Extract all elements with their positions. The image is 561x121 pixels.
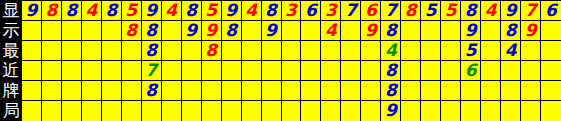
board-cell: 4: [481, 1, 501, 21]
board-cell: [501, 101, 521, 121]
board-cell: 9: [461, 21, 481, 41]
board-cell: [541, 81, 561, 101]
board-cell: [262, 41, 282, 61]
board-cell: [301, 101, 321, 121]
board-cell: 8: [222, 21, 242, 41]
label-char: 显: [0, 0, 22, 20]
board-cell: 8: [182, 1, 202, 21]
board-cell: [122, 81, 142, 101]
board-cell: [242, 81, 262, 101]
board-cell: 6: [541, 1, 561, 21]
board-cell: [301, 81, 321, 101]
board-cell: [182, 41, 202, 61]
board-cell: [401, 41, 421, 61]
board-cell: [361, 101, 381, 121]
board-cell: 8: [62, 1, 82, 21]
label-char: 最: [0, 40, 22, 60]
board-cell: [262, 81, 282, 101]
board-cell: [222, 41, 242, 61]
board-cell: [102, 21, 122, 41]
board-cell: [481, 101, 501, 121]
board-cell: [421, 61, 441, 81]
board-cell: [242, 41, 262, 61]
board-cell: [102, 101, 122, 121]
board-cell: [162, 61, 182, 81]
board-cell: [282, 81, 302, 101]
board-cell: [301, 21, 321, 41]
board-cell: 8: [122, 21, 142, 41]
board-cell: 9: [501, 1, 521, 21]
board-cell: [341, 21, 361, 41]
board-cell: 4: [381, 41, 401, 61]
board-cell: [42, 41, 62, 61]
board-cell: [421, 41, 441, 61]
board-cell: [481, 41, 501, 61]
board-cell: [82, 101, 102, 121]
board-cell: 4: [321, 21, 341, 41]
board-cell: [441, 41, 461, 61]
board-cell: 9: [182, 21, 202, 41]
board-cell: [62, 21, 82, 41]
board-cell: 5: [441, 1, 461, 21]
label-char: 示: [0, 20, 22, 40]
board-cell: [62, 81, 82, 101]
board-cell: [461, 101, 481, 121]
board-cell: [541, 21, 561, 41]
label-char: 牌: [0, 81, 22, 101]
board-cell: 8: [461, 1, 481, 21]
board-cell: [421, 81, 441, 101]
board-cell: [162, 21, 182, 41]
board-cell: 8: [381, 21, 401, 41]
board-cell: [122, 41, 142, 61]
board-cell: [461, 81, 481, 101]
board-cell: [62, 41, 82, 61]
board-cell: [401, 101, 421, 121]
board-cell: [42, 101, 62, 121]
board-cell: [301, 61, 321, 81]
board-cell: [481, 61, 501, 81]
board-cell: 9: [202, 21, 222, 41]
baccarat-scoreboard: 显 示 最 近 牌 局 9884859485948363767855849768…: [0, 0, 561, 121]
label-char: 近: [0, 61, 22, 81]
board-cell: [521, 61, 541, 81]
board-cell: 5: [122, 1, 142, 21]
board-cell: [481, 81, 501, 101]
board-cell: [82, 41, 102, 61]
board-cell: 9: [262, 21, 282, 41]
board-cell: 5: [202, 1, 222, 21]
board-cell: 5: [461, 41, 481, 61]
board-cell: [321, 81, 341, 101]
board-cell: [202, 81, 222, 101]
board-cell: [262, 61, 282, 81]
label-char: 局: [0, 101, 22, 121]
board-cell: 3: [321, 1, 341, 21]
board-cell: 9: [22, 1, 42, 21]
board-cell: 7: [341, 1, 361, 21]
board-cell: 7: [521, 1, 541, 21]
board-cell: [182, 81, 202, 101]
board-cell: [361, 41, 381, 61]
board-cell: [102, 61, 122, 81]
board-cell: [262, 101, 282, 121]
board-cell: 8: [202, 41, 222, 61]
board-cell: [142, 101, 162, 121]
board-cell: [321, 41, 341, 61]
board-cell: 9: [142, 1, 162, 21]
board-cell: [321, 61, 341, 81]
board-cell: 8: [401, 1, 421, 21]
board-cell: [42, 21, 62, 41]
board-cell: 9: [361, 21, 381, 41]
board-cell: [361, 61, 381, 81]
board-cell: 8: [142, 81, 162, 101]
board-cell: 4: [242, 1, 262, 21]
board-cell: [341, 81, 361, 101]
board-cell: [102, 41, 122, 61]
board-cell: [22, 101, 42, 121]
board-cell: [122, 101, 142, 121]
board-cell: 8: [262, 1, 282, 21]
board-cell: [401, 81, 421, 101]
board-cell: [22, 41, 42, 61]
board-cell: [202, 101, 222, 121]
board-cell: [282, 101, 302, 121]
board-cell: 5: [421, 1, 441, 21]
board-cell: [222, 101, 242, 121]
board-cell: 8: [381, 81, 401, 101]
board-cell: [182, 101, 202, 121]
board-cell: [521, 81, 541, 101]
board-cell: [441, 21, 461, 41]
board-cell: [441, 81, 461, 101]
board-cell: 4: [501, 41, 521, 61]
board-cell: 7: [381, 1, 401, 21]
board-cell: [341, 41, 361, 61]
board-cell: [202, 61, 222, 81]
board-cell: [361, 81, 381, 101]
board-cell: [162, 101, 182, 121]
board-cell: 8: [381, 61, 401, 81]
board-cell: [62, 101, 82, 121]
board-cell: [222, 81, 242, 101]
board-cell: 9: [222, 1, 242, 21]
board-cell: [401, 21, 421, 41]
board-cell: 4: [82, 1, 102, 21]
board-cell: [62, 61, 82, 81]
board-cell: [341, 61, 361, 81]
board-cell: [42, 61, 62, 81]
board-cell: [282, 21, 302, 41]
board-cell: 8: [42, 1, 62, 21]
board-cell: 4: [162, 1, 182, 21]
board-cell: [321, 101, 341, 121]
board-cell: [441, 61, 461, 81]
board-cell: [341, 101, 361, 121]
board-cell: 7: [142, 61, 162, 81]
board-cell: [242, 101, 262, 121]
board-cell: [22, 81, 42, 101]
board-cell: [82, 81, 102, 101]
board-cell: [421, 21, 441, 41]
board-cell: [162, 41, 182, 61]
board-cell: [22, 21, 42, 41]
board-cell: [282, 41, 302, 61]
board-cell: [182, 61, 202, 81]
board-cell: [541, 101, 561, 121]
board-cell: [82, 21, 102, 41]
board-cell: [541, 61, 561, 81]
board-cell: [401, 61, 421, 81]
label-column: 显 示 最 近 牌 局: [0, 0, 22, 121]
board-cell: [501, 61, 521, 81]
board-cell: [521, 41, 541, 61]
board-cell: 8: [501, 21, 521, 41]
board-cell: 6: [361, 1, 381, 21]
board-cell: [501, 81, 521, 101]
board-cell: [541, 41, 561, 61]
board-cell: [521, 101, 541, 121]
board-cell: [481, 21, 501, 41]
board-cell: [282, 61, 302, 81]
board-cell: 3: [282, 1, 302, 21]
board-cell: 9: [521, 21, 541, 41]
board-cell: [162, 81, 182, 101]
board-cell: [222, 61, 242, 81]
board-cell: [42, 81, 62, 101]
board-cell: [421, 101, 441, 121]
board-cell: 9: [381, 101, 401, 121]
board-cell: 8: [102, 1, 122, 21]
board-cell: 6: [301, 1, 321, 21]
board-cell: [22, 61, 42, 81]
board-cell: [122, 61, 142, 81]
board-cell: [242, 21, 262, 41]
board-cell: 8: [142, 41, 162, 61]
board-cell: [301, 41, 321, 61]
board-cell: [441, 101, 461, 121]
board-cell: [82, 61, 102, 81]
board-cell: 8: [142, 21, 162, 41]
board-cell: 6: [461, 61, 481, 81]
results-grid: 9884859485948363767855849768899894989898…: [22, 0, 561, 121]
board-cell: [242, 61, 262, 81]
board-cell: [102, 81, 122, 101]
